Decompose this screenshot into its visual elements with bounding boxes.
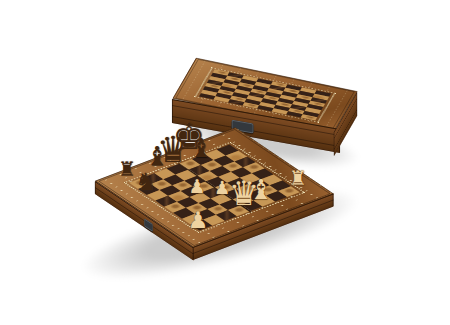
product-photo-scene: ♚♝♛♝♜♜♞♟♟♝♛♟ [0, 0, 450, 325]
board-clasp-icon [144, 218, 152, 232]
